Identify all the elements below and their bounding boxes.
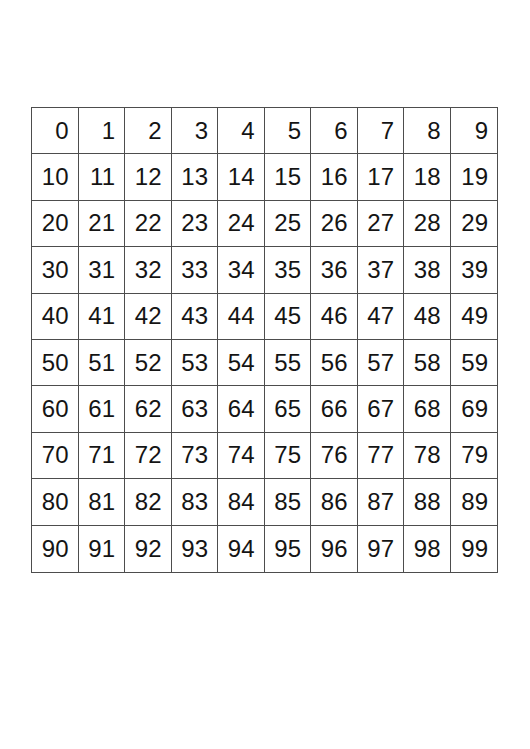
grid-cell-26: 26: [311, 201, 358, 247]
grid-cell-63: 63: [172, 386, 219, 432]
grid-cell-2: 2: [125, 108, 172, 154]
grid-cell-93: 93: [172, 526, 219, 572]
grid-cell-50: 50: [32, 340, 79, 386]
grid-cell-55: 55: [265, 340, 312, 386]
grid-cell-83: 83: [172, 479, 219, 525]
grid-cell-25: 25: [265, 201, 312, 247]
grid-cell-20: 20: [32, 201, 79, 247]
grid-cell-91: 91: [79, 526, 126, 572]
grid-cell-71: 71: [79, 433, 126, 479]
grid-cell-17: 17: [358, 154, 405, 200]
grid-cell-87: 87: [358, 479, 405, 525]
grid-cell-3: 3: [172, 108, 219, 154]
grid-cell-13: 13: [172, 154, 219, 200]
grid-cell-42: 42: [125, 294, 172, 340]
grid-cell-99: 99: [451, 526, 498, 572]
grid-cell-84: 84: [218, 479, 265, 525]
grid-cell-64: 64: [218, 386, 265, 432]
grid-cell-41: 41: [79, 294, 126, 340]
grid-cell-45: 45: [265, 294, 312, 340]
grid-cell-38: 38: [404, 247, 451, 293]
grid-cell-21: 21: [79, 201, 126, 247]
grid-cell-32: 32: [125, 247, 172, 293]
grid-cell-92: 92: [125, 526, 172, 572]
grid-cell-80: 80: [32, 479, 79, 525]
grid-cell-66: 66: [311, 386, 358, 432]
grid-cell-98: 98: [404, 526, 451, 572]
grid-cell-62: 62: [125, 386, 172, 432]
grid-cell-46: 46: [311, 294, 358, 340]
grid-cell-65: 65: [265, 386, 312, 432]
grid-cell-30: 30: [32, 247, 79, 293]
grid-cell-4: 4: [218, 108, 265, 154]
grid-cell-35: 35: [265, 247, 312, 293]
grid-cell-5: 5: [265, 108, 312, 154]
grid-cell-67: 67: [358, 386, 405, 432]
worksheet-page: 0123456789101112131415161718192021222324…: [0, 0, 530, 749]
grid-cell-75: 75: [265, 433, 312, 479]
grid-cell-36: 36: [311, 247, 358, 293]
grid-cell-97: 97: [358, 526, 405, 572]
grid-cell-56: 56: [311, 340, 358, 386]
grid-cell-39: 39: [451, 247, 498, 293]
grid-cell-47: 47: [358, 294, 405, 340]
grid-cell-76: 76: [311, 433, 358, 479]
grid-cell-61: 61: [79, 386, 126, 432]
grid-cell-89: 89: [451, 479, 498, 525]
grid-cell-69: 69: [451, 386, 498, 432]
grid-cell-86: 86: [311, 479, 358, 525]
grid-cell-70: 70: [32, 433, 79, 479]
grid-cell-7: 7: [358, 108, 405, 154]
grid-cell-81: 81: [79, 479, 126, 525]
grid-cell-37: 37: [358, 247, 405, 293]
grid-cell-28: 28: [404, 201, 451, 247]
grid-cell-23: 23: [172, 201, 219, 247]
grid-cell-60: 60: [32, 386, 79, 432]
grid-cell-95: 95: [265, 526, 312, 572]
grid-cell-72: 72: [125, 433, 172, 479]
grid-cell-11: 11: [79, 154, 126, 200]
grid-cell-68: 68: [404, 386, 451, 432]
grid-cell-53: 53: [172, 340, 219, 386]
grid-cell-73: 73: [172, 433, 219, 479]
grid-cell-16: 16: [311, 154, 358, 200]
grid-cell-44: 44: [218, 294, 265, 340]
grid-cell-52: 52: [125, 340, 172, 386]
grid-cell-88: 88: [404, 479, 451, 525]
grid-cell-90: 90: [32, 526, 79, 572]
grid-cell-85: 85: [265, 479, 312, 525]
grid-cell-33: 33: [172, 247, 219, 293]
grid-cell-29: 29: [451, 201, 498, 247]
grid-cell-0: 0: [32, 108, 79, 154]
grid-cell-96: 96: [311, 526, 358, 572]
grid-cell-82: 82: [125, 479, 172, 525]
grid-cell-77: 77: [358, 433, 405, 479]
grid-cell-40: 40: [32, 294, 79, 340]
grid-cell-31: 31: [79, 247, 126, 293]
grid-cell-48: 48: [404, 294, 451, 340]
grid-cell-59: 59: [451, 340, 498, 386]
grid-cell-27: 27: [358, 201, 405, 247]
grid-cell-9: 9: [451, 108, 498, 154]
grid-cell-78: 78: [404, 433, 451, 479]
grid-cell-74: 74: [218, 433, 265, 479]
grid-cell-10: 10: [32, 154, 79, 200]
grid-cell-51: 51: [79, 340, 126, 386]
grid-cell-14: 14: [218, 154, 265, 200]
grid-cell-1: 1: [79, 108, 126, 154]
grid-cell-54: 54: [218, 340, 265, 386]
grid-cell-15: 15: [265, 154, 312, 200]
grid-cell-18: 18: [404, 154, 451, 200]
grid-cell-34: 34: [218, 247, 265, 293]
hundred-chart-grid: 0123456789101112131415161718192021222324…: [31, 107, 498, 573]
grid-cell-57: 57: [358, 340, 405, 386]
grid-cell-94: 94: [218, 526, 265, 572]
grid-cell-6: 6: [311, 108, 358, 154]
grid-cell-19: 19: [451, 154, 498, 200]
grid-cell-8: 8: [404, 108, 451, 154]
grid-cell-22: 22: [125, 201, 172, 247]
grid-cell-43: 43: [172, 294, 219, 340]
grid-cell-24: 24: [218, 201, 265, 247]
grid-cell-79: 79: [451, 433, 498, 479]
grid-cell-58: 58: [404, 340, 451, 386]
grid-cell-49: 49: [451, 294, 498, 340]
grid-cell-12: 12: [125, 154, 172, 200]
